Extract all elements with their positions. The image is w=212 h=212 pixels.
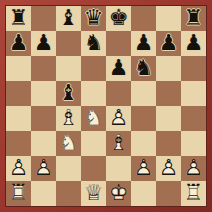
square-a7[interactable]: ♟ [6, 31, 31, 56]
piece-black-pawn[interactable]: ♟ [181, 31, 206, 56]
black-knight-glyph: ♞ [81, 30, 106, 55]
black-queen-glyph: ♛ [81, 5, 106, 30]
square-d6[interactable] [81, 56, 106, 81]
square-f2[interactable]: ♟♙ [131, 156, 156, 181]
square-d8[interactable]: ♛ [81, 6, 106, 31]
square-d1[interactable]: ♛♕ [81, 181, 106, 206]
square-e5[interactable] [106, 81, 131, 106]
square-c6[interactable] [56, 56, 81, 81]
square-c2[interactable] [56, 156, 81, 181]
piece-black-knight[interactable]: ♞ [81, 31, 106, 56]
square-a3[interactable] [6, 131, 31, 156]
square-b5[interactable] [31, 81, 56, 106]
square-c1[interactable] [56, 181, 81, 206]
square-d5[interactable] [81, 81, 106, 106]
black-pawn-glyph: ♟ [106, 55, 131, 80]
square-b6[interactable] [31, 56, 56, 81]
square-f7[interactable]: ♟ [131, 31, 156, 56]
square-a5[interactable] [6, 81, 31, 106]
square-h7[interactable]: ♟ [181, 31, 206, 56]
piece-black-queen[interactable]: ♛ [81, 6, 106, 31]
square-b8[interactable] [31, 6, 56, 31]
piece-black-pawn[interactable]: ♟ [156, 31, 181, 56]
white-rook-outline: ♖ [181, 180, 206, 205]
square-f1[interactable] [131, 181, 156, 206]
piece-white-bishop[interactable]: ♝♗ [106, 131, 131, 156]
chess-board: ♜♝♛♚♜♟♟♞♟♟♟♟♞♝♝♗♞♘♟♙♞♘♝♗♟♙♟♙♟♙♟♙♟♙♜♖♛♕♚♔… [6, 6, 206, 206]
white-pawn-outline: ♙ [6, 155, 31, 180]
square-c8[interactable]: ♝ [56, 6, 81, 31]
square-b4[interactable] [31, 106, 56, 131]
piece-white-king[interactable]: ♚♔ [106, 181, 131, 206]
white-bishop-outline: ♗ [106, 130, 131, 155]
white-knight-outline: ♘ [56, 130, 81, 155]
square-b3[interactable] [31, 131, 56, 156]
square-h3[interactable] [181, 131, 206, 156]
black-bishop-glyph: ♝ [56, 5, 81, 30]
piece-white-pawn[interactable]: ♟♙ [6, 156, 31, 181]
piece-white-queen[interactable]: ♛♕ [81, 181, 106, 206]
square-c3[interactable]: ♞♘ [56, 131, 81, 156]
square-e7[interactable] [106, 31, 131, 56]
square-b2[interactable]: ♟♙ [31, 156, 56, 181]
square-e2[interactable] [106, 156, 131, 181]
square-h8[interactable]: ♜ [181, 6, 206, 31]
square-a8[interactable]: ♜ [6, 6, 31, 31]
square-f5[interactable] [131, 81, 156, 106]
square-f3[interactable] [131, 131, 156, 156]
square-h4[interactable] [181, 106, 206, 131]
black-pawn-glyph: ♟ [156, 30, 181, 55]
square-g3[interactable] [156, 131, 181, 156]
piece-white-pawn[interactable]: ♟♙ [156, 156, 181, 181]
black-rook-glyph: ♜ [6, 5, 31, 30]
board-frame: ♜♝♛♚♜♟♟♞♟♟♟♟♞♝♝♗♞♘♟♙♞♘♝♗♟♙♟♙♟♙♟♙♟♙♜♖♛♕♚♔… [0, 0, 212, 212]
piece-black-rook[interactable]: ♜ [181, 6, 206, 31]
square-b7[interactable]: ♟ [31, 31, 56, 56]
black-pawn-glyph: ♟ [181, 30, 206, 55]
black-pawn-glyph: ♟ [31, 30, 56, 55]
piece-white-rook[interactable]: ♜♖ [6, 181, 31, 206]
white-bishop-outline: ♗ [56, 105, 81, 130]
square-h1[interactable]: ♜♖ [181, 181, 206, 206]
square-a1[interactable]: ♜♖ [6, 181, 31, 206]
square-d7[interactable]: ♞ [81, 31, 106, 56]
piece-white-pawn[interactable]: ♟♙ [181, 156, 206, 181]
piece-white-pawn[interactable]: ♟♙ [106, 106, 131, 131]
square-f6[interactable]: ♞ [131, 56, 156, 81]
piece-black-pawn[interactable]: ♟ [131, 31, 156, 56]
square-a2[interactable]: ♟♙ [6, 156, 31, 181]
square-e1[interactable]: ♚♔ [106, 181, 131, 206]
white-pawn-outline: ♙ [106, 105, 131, 130]
white-pawn-outline: ♙ [156, 155, 181, 180]
white-queen-outline: ♕ [81, 180, 106, 205]
square-c7[interactable] [56, 31, 81, 56]
piece-black-king[interactable]: ♚ [106, 6, 131, 31]
square-g8[interactable] [156, 6, 181, 31]
square-a4[interactable] [6, 106, 31, 131]
piece-black-bishop[interactable]: ♝ [56, 6, 81, 31]
white-pawn-outline: ♙ [181, 155, 206, 180]
square-c5[interactable]: ♝ [56, 81, 81, 106]
square-e4[interactable]: ♟♙ [106, 106, 131, 131]
square-g2[interactable]: ♟♙ [156, 156, 181, 181]
white-pawn-outline: ♙ [131, 155, 156, 180]
square-e3[interactable]: ♝♗ [106, 131, 131, 156]
square-b1[interactable] [31, 181, 56, 206]
black-pawn-glyph: ♟ [6, 30, 31, 55]
piece-white-rook[interactable]: ♜♖ [181, 181, 206, 206]
black-rook-glyph: ♜ [181, 5, 206, 30]
white-rook-outline: ♖ [6, 180, 31, 205]
square-g7[interactable]: ♟ [156, 31, 181, 56]
square-e8[interactable]: ♚ [106, 6, 131, 31]
square-c4[interactable]: ♝♗ [56, 106, 81, 131]
square-h2[interactable]: ♟♙ [181, 156, 206, 181]
piece-black-bishop[interactable]: ♝ [56, 81, 81, 106]
white-pawn-outline: ♙ [31, 155, 56, 180]
square-h6[interactable] [181, 56, 206, 81]
piece-black-rook[interactable]: ♜ [6, 6, 31, 31]
square-f8[interactable] [131, 6, 156, 31]
square-a6[interactable] [6, 56, 31, 81]
square-g5[interactable] [156, 81, 181, 106]
piece-black-pawn[interactable]: ♟ [106, 56, 131, 81]
black-knight-glyph: ♞ [131, 55, 156, 80]
white-knight-outline: ♘ [81, 105, 106, 130]
square-h5[interactable] [181, 81, 206, 106]
square-d3[interactable] [81, 131, 106, 156]
square-g6[interactable] [156, 56, 181, 81]
piece-black-pawn[interactable]: ♟ [6, 31, 31, 56]
square-f4[interactable] [131, 106, 156, 131]
square-g4[interactable] [156, 106, 181, 131]
square-e6[interactable]: ♟ [106, 56, 131, 81]
black-bishop-glyph: ♝ [56, 80, 81, 105]
piece-black-pawn[interactable]: ♟ [31, 31, 56, 56]
black-pawn-glyph: ♟ [131, 30, 156, 55]
piece-white-knight[interactable]: ♞♘ [56, 131, 81, 156]
square-g1[interactable] [156, 181, 181, 206]
piece-black-knight[interactable]: ♞ [131, 56, 156, 81]
square-d4[interactable]: ♞♘ [81, 106, 106, 131]
piece-white-bishop[interactable]: ♝♗ [56, 106, 81, 131]
square-d2[interactable] [81, 156, 106, 181]
piece-white-pawn[interactable]: ♟♙ [31, 156, 56, 181]
white-king-outline: ♔ [106, 180, 131, 205]
piece-white-knight[interactable]: ♞♘ [81, 106, 106, 131]
black-king-glyph: ♚ [106, 5, 131, 30]
piece-white-pawn[interactable]: ♟♙ [131, 156, 156, 181]
